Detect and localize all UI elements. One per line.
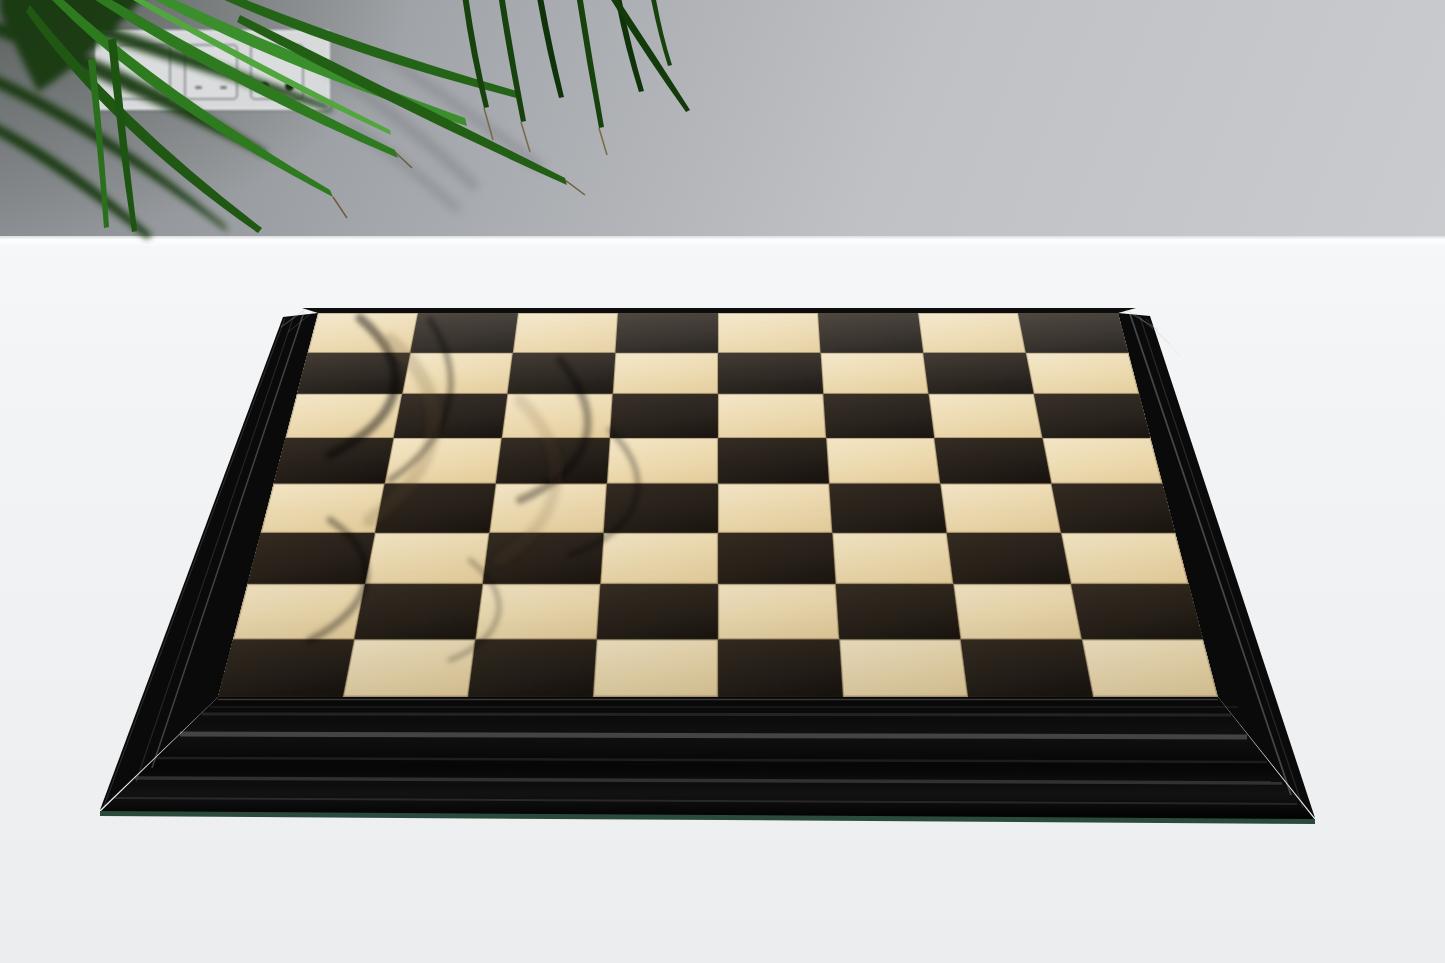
square-f2[interactable] bbox=[836, 584, 961, 639]
square-b8[interactable] bbox=[410, 313, 518, 352]
square-f5[interactable] bbox=[826, 437, 940, 483]
square-d3[interactable] bbox=[600, 532, 718, 584]
square-c6[interactable] bbox=[502, 394, 613, 438]
square-g7[interactable] bbox=[923, 352, 1034, 393]
square-d6[interactable] bbox=[610, 394, 718, 438]
square-e3[interactable] bbox=[718, 532, 836, 584]
square-f4[interactable] bbox=[829, 484, 946, 533]
square-e5[interactable] bbox=[718, 437, 829, 483]
square-f7[interactable] bbox=[821, 352, 929, 393]
square-c2[interactable] bbox=[476, 584, 601, 639]
square-f8[interactable] bbox=[818, 313, 923, 352]
square-b3[interactable] bbox=[365, 532, 489, 584]
square-h5[interactable] bbox=[1042, 437, 1162, 483]
square-f3[interactable] bbox=[832, 532, 953, 584]
switch-rocker bbox=[250, 44, 304, 100]
square-g2[interactable] bbox=[953, 584, 1081, 639]
square-a4[interactable] bbox=[261, 484, 385, 533]
square-c7[interactable] bbox=[507, 352, 615, 393]
square-e2[interactable] bbox=[718, 584, 839, 639]
square-e6[interactable] bbox=[718, 394, 826, 438]
square-a7[interactable] bbox=[297, 352, 410, 393]
square-d5[interactable] bbox=[607, 437, 718, 483]
square-g4[interactable] bbox=[940, 484, 1061, 533]
switch-rocker bbox=[117, 44, 171, 100]
square-e7[interactable] bbox=[718, 352, 823, 393]
switch-rocker bbox=[184, 44, 238, 100]
square-b2[interactable] bbox=[354, 584, 482, 639]
square-h8[interactable] bbox=[1018, 313, 1128, 352]
square-c5[interactable] bbox=[496, 437, 610, 483]
square-d8[interactable] bbox=[615, 313, 718, 352]
square-b4[interactable] bbox=[375, 484, 496, 533]
square-a3[interactable] bbox=[247, 532, 375, 584]
square-h1[interactable] bbox=[1082, 639, 1218, 697]
scene bbox=[0, 0, 1445, 963]
square-g5[interactable] bbox=[934, 437, 1051, 483]
square-g3[interactable] bbox=[947, 532, 1071, 584]
board-squares bbox=[218, 313, 1218, 697]
square-b1[interactable] bbox=[343, 639, 476, 697]
square-h3[interactable] bbox=[1061, 532, 1189, 584]
square-h2[interactable] bbox=[1071, 584, 1203, 639]
square-h4[interactable] bbox=[1051, 484, 1175, 533]
square-g8[interactable] bbox=[918, 313, 1026, 352]
square-g1[interactable] bbox=[960, 639, 1093, 697]
square-e1[interactable] bbox=[718, 639, 843, 697]
square-e4[interactable] bbox=[718, 484, 832, 533]
square-a6[interactable] bbox=[286, 394, 403, 438]
square-h7[interactable] bbox=[1026, 352, 1139, 393]
square-d4[interactable] bbox=[604, 484, 718, 533]
square-f6[interactable] bbox=[823, 394, 934, 438]
square-e8[interactable] bbox=[718, 313, 821, 352]
square-g6[interactable] bbox=[929, 394, 1043, 438]
square-c3[interactable] bbox=[483, 532, 604, 584]
table-edge bbox=[0, 236, 1445, 246]
square-c4[interactable] bbox=[489, 484, 606, 533]
light-switch-panel bbox=[95, 30, 330, 110]
square-d1[interactable] bbox=[593, 639, 718, 697]
square-a8[interactable] bbox=[308, 313, 418, 352]
square-a5[interactable] bbox=[274, 437, 394, 483]
square-f1[interactable] bbox=[839, 639, 968, 697]
square-b5[interactable] bbox=[385, 437, 502, 483]
square-d2[interactable] bbox=[597, 584, 718, 639]
square-c1[interactable] bbox=[468, 639, 597, 697]
square-b6[interactable] bbox=[394, 394, 508, 438]
square-c8[interactable] bbox=[513, 313, 618, 352]
square-h6[interactable] bbox=[1034, 394, 1151, 438]
square-d7[interactable] bbox=[613, 352, 718, 393]
square-b7[interactable] bbox=[402, 352, 513, 393]
chessboard bbox=[318, 313, 1118, 713]
square-a1[interactable] bbox=[218, 639, 354, 697]
square-a2[interactable] bbox=[233, 584, 365, 639]
